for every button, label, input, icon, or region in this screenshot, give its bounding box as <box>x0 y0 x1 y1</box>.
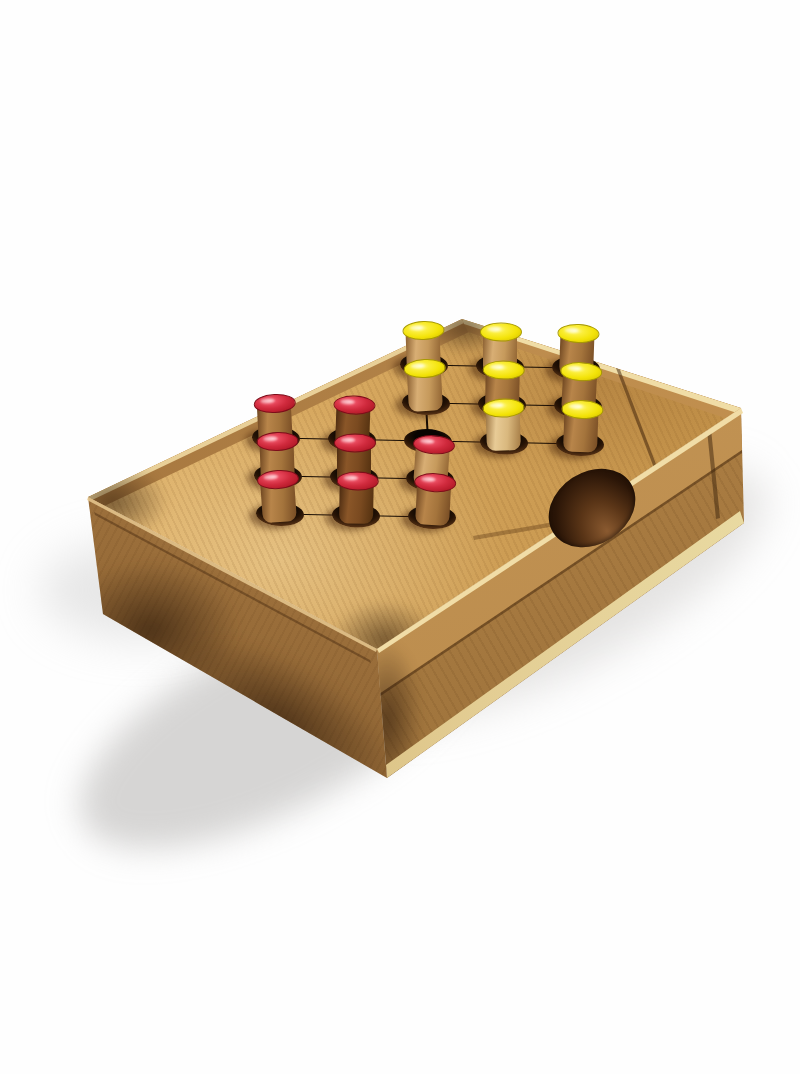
yellow-peg[interactable] <box>482 398 524 451</box>
board-hole-cell <box>241 494 319 533</box>
board-hole-cell <box>387 383 465 422</box>
yellow-peg-cap <box>483 360 525 380</box>
red-peg-cap <box>334 434 376 453</box>
board-hole-cell <box>465 423 543 462</box>
red-peg[interactable] <box>256 469 300 524</box>
red-peg[interactable] <box>412 472 455 526</box>
board-hole-cell <box>317 496 395 535</box>
red-peg-cap <box>337 471 379 491</box>
board-hole-cell <box>393 497 471 536</box>
photo-scene <box>0 0 800 1074</box>
yellow-peg-cap <box>480 323 522 342</box>
yellow-peg[interactable] <box>403 358 446 412</box>
yellow-peg[interactable] <box>560 399 602 452</box>
red-peg[interactable] <box>336 471 377 524</box>
